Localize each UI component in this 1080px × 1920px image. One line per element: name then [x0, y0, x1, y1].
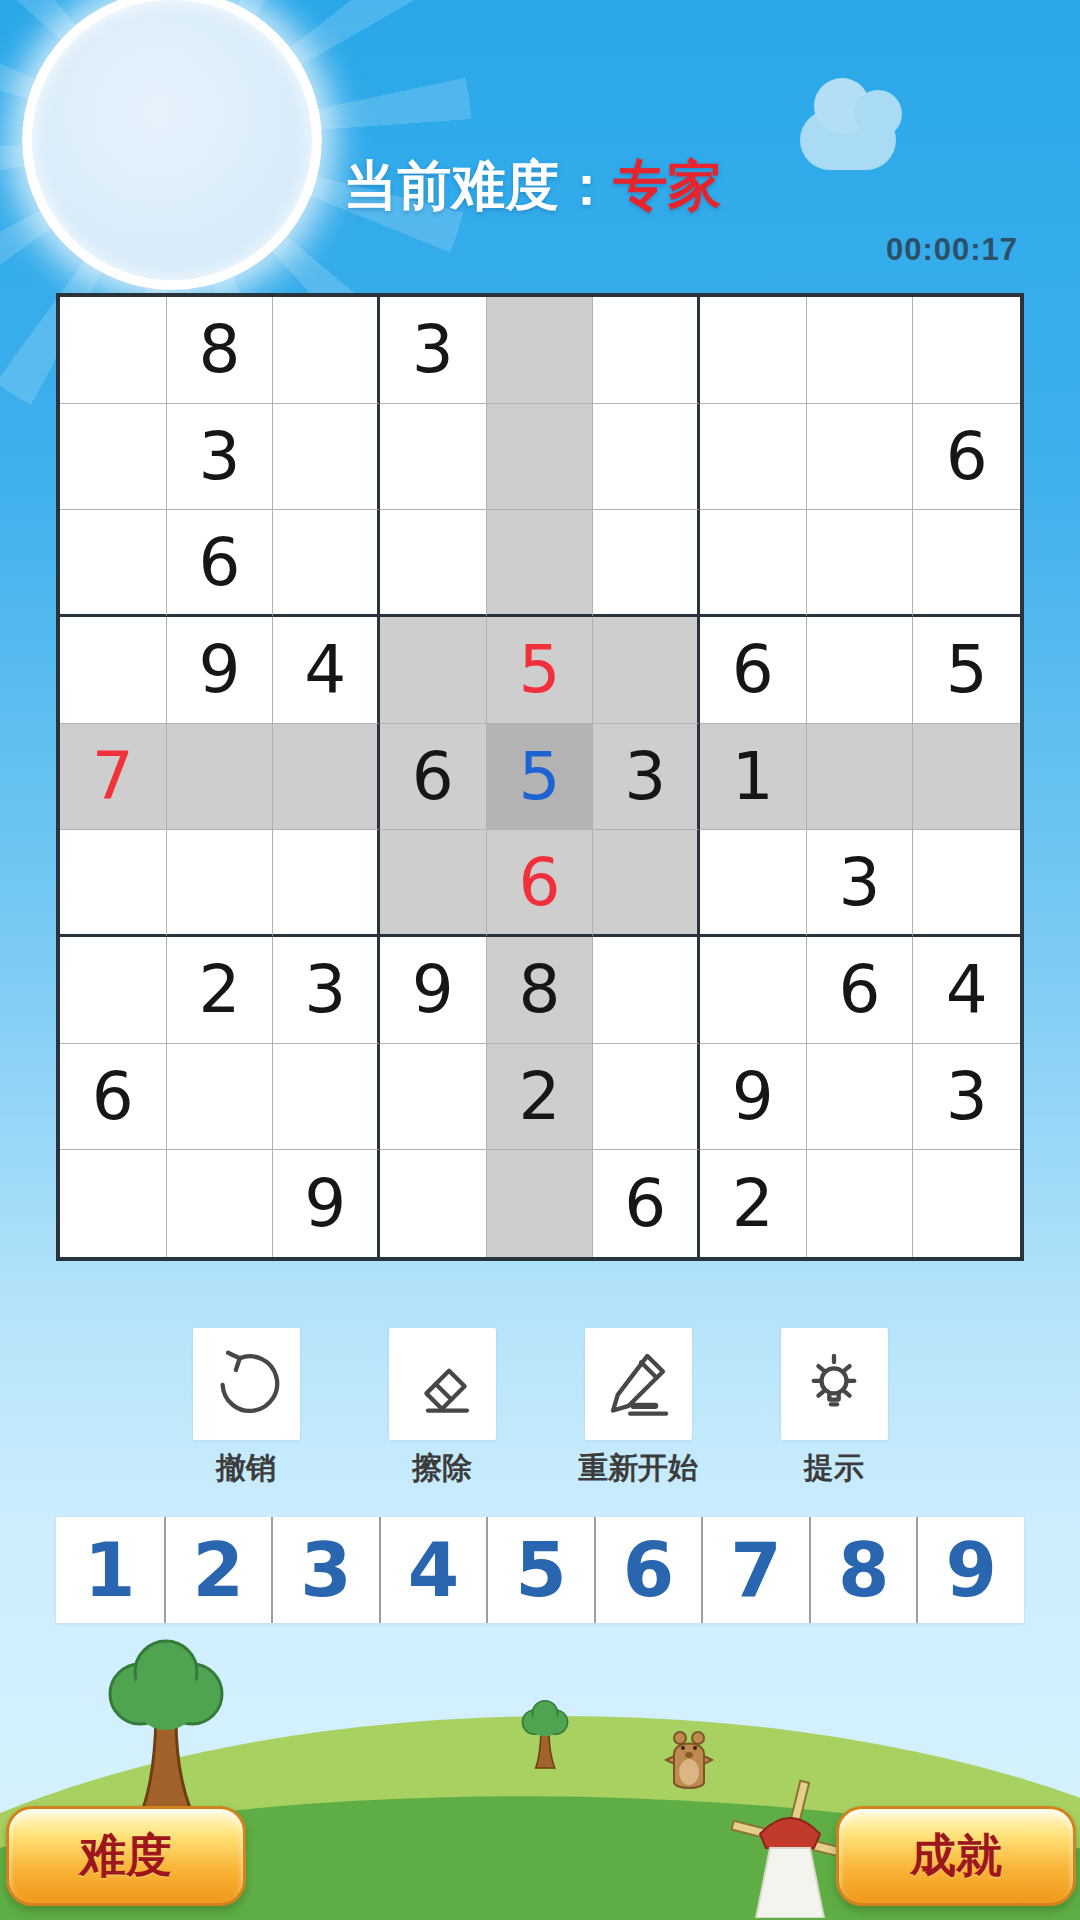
difficulty-title: 当前难度：专家: [343, 150, 721, 223]
small-tree-icon: [520, 1698, 570, 1772]
numpad-key-2[interactable]: 2: [164, 1517, 272, 1623]
sudoku-cell-r7c5[interactable]: 8: [487, 937, 594, 1044]
sudoku-cell-r7c3[interactable]: 3: [273, 937, 380, 1044]
sudoku-cell-r1c4[interactable]: 3: [380, 297, 487, 404]
sudoku-cell-r5c7[interactable]: 1: [700, 724, 807, 831]
achievements-button[interactable]: 成就: [836, 1806, 1076, 1906]
sudoku-cell-r8c5[interactable]: 2: [487, 1044, 594, 1151]
sudoku-cell-r6c1[interactable]: [60, 830, 167, 937]
sudoku-cell-r5c2[interactable]: [167, 724, 274, 831]
sudoku-cell-r4c1[interactable]: [60, 617, 167, 724]
numpad-key-9[interactable]: 9: [916, 1517, 1024, 1623]
sudoku-cell-r4c4[interactable]: [380, 617, 487, 724]
sudoku-cell-r3c4[interactable]: [380, 510, 487, 617]
hint-button[interactable]: 提示: [779, 1328, 889, 1489]
sudoku-cell-r9c3[interactable]: 9: [273, 1150, 380, 1257]
sudoku-board[interactable]: 833669456576531632398646293962: [56, 293, 1024, 1261]
sudoku-cell-r2c8[interactable]: [807, 404, 914, 511]
sun-icon: [22, 0, 322, 290]
sudoku-cell-r9c5[interactable]: [487, 1150, 594, 1257]
sudoku-cell-r8c3[interactable]: [273, 1044, 380, 1151]
numpad-key-4[interactable]: 4: [379, 1517, 487, 1623]
sudoku-cell-r8c7[interactable]: 9: [700, 1044, 807, 1151]
numpad-key-1[interactable]: 1: [56, 1517, 164, 1623]
undo-button[interactable]: 撤销: [191, 1328, 301, 1489]
sudoku-cell-r2c4[interactable]: [380, 404, 487, 511]
sudoku-cell-r4c7[interactable]: 6: [700, 617, 807, 724]
sudoku-cell-r3c7[interactable]: [700, 510, 807, 617]
sudoku-cell-r7c2[interactable]: 2: [167, 937, 274, 1044]
sudoku-cell-r1c8[interactable]: [807, 297, 914, 404]
toolbar: 撤销 擦除 重新开始 提示: [0, 1328, 1080, 1489]
sudoku-cell-r9c2[interactable]: [167, 1150, 274, 1257]
sudoku-cell-r6c6[interactable]: [593, 830, 700, 937]
undo-icon[interactable]: [193, 1328, 300, 1440]
numpad-key-3[interactable]: 3: [271, 1517, 379, 1623]
sudoku-cell-r8c2[interactable]: [167, 1044, 274, 1151]
sudoku-cell-r1c3[interactable]: [273, 297, 380, 404]
sudoku-cell-r1c5[interactable]: [487, 297, 594, 404]
sudoku-cell-r9c8[interactable]: [807, 1150, 914, 1257]
sudoku-cell-r4c2[interactable]: 9: [167, 617, 274, 724]
sudoku-cell-r2c5[interactable]: [487, 404, 594, 511]
timer: 00:00:17: [886, 232, 1018, 268]
sudoku-cell-r8c4[interactable]: [380, 1044, 487, 1151]
sudoku-cell-r3c8[interactable]: [807, 510, 914, 617]
cloud-icon: [800, 110, 896, 170]
sudoku-cell-r2c9[interactable]: 6: [913, 404, 1020, 511]
sudoku-cell-r4c8[interactable]: [807, 617, 914, 724]
sudoku-cell-r6c5[interactable]: 6: [487, 830, 594, 937]
sudoku-cell-r9c6[interactable]: 6: [593, 1150, 700, 1257]
numpad-key-6[interactable]: 6: [594, 1517, 702, 1623]
sudoku-cell-r1c7[interactable]: [700, 297, 807, 404]
sudoku-cell-r1c6[interactable]: [593, 297, 700, 404]
sudoku-cell-r8c9[interactable]: 3: [913, 1044, 1020, 1151]
sudoku-cell-r3c9[interactable]: [913, 510, 1020, 617]
hint-label: 提示: [804, 1448, 864, 1489]
numpad-key-7[interactable]: 7: [701, 1517, 809, 1623]
sudoku-cell-r5c9[interactable]: [913, 724, 1020, 831]
erase-label: 擦除: [412, 1448, 472, 1489]
sudoku-cell-r6c8[interactable]: 3: [807, 830, 914, 937]
sudoku-cell-r3c5[interactable]: [487, 510, 594, 617]
sudoku-cell-r2c6[interactable]: [593, 404, 700, 511]
sudoku-cell-r1c9[interactable]: [913, 297, 1020, 404]
sudoku-cell-r5c6[interactable]: 3: [593, 724, 700, 831]
sudoku-cell-r8c8[interactable]: [807, 1044, 914, 1151]
sudoku-cell-r5c1[interactable]: 7: [60, 724, 167, 831]
tree-icon: [104, 1638, 228, 1814]
restart-label: 重新开始: [578, 1448, 698, 1489]
gopher-icon: [664, 1730, 714, 1794]
eraser-icon[interactable]: [389, 1328, 496, 1440]
sudoku-cell-r3c3[interactable]: [273, 510, 380, 617]
sudoku-cell-r7c6[interactable]: [593, 937, 700, 1044]
sudoku-cell-r6c9[interactable]: [913, 830, 1020, 937]
sudoku-cell-r9c9[interactable]: [913, 1150, 1020, 1257]
sudoku-cell-r1c2[interactable]: 8: [167, 297, 274, 404]
sudoku-cell-r8c6[interactable]: [593, 1044, 700, 1151]
sudoku-cell-r7c7[interactable]: [700, 937, 807, 1044]
sudoku-cell-r5c3[interactable]: [273, 724, 380, 831]
sudoku-cell-r3c6[interactable]: [593, 510, 700, 617]
pencil-icon[interactable]: [585, 1328, 692, 1440]
lightbulb-icon[interactable]: [781, 1328, 888, 1440]
sudoku-cell-r6c4[interactable]: [380, 830, 487, 937]
sudoku-cell-r9c1[interactable]: [60, 1150, 167, 1257]
sudoku-cell-r7c1[interactable]: [60, 937, 167, 1044]
difficulty-title-prefix: 当前难度：: [343, 155, 613, 215]
sudoku-cell-r2c2[interactable]: 3: [167, 404, 274, 511]
sudoku-cell-r1c1[interactable]: [60, 297, 167, 404]
number-pad[interactable]: 123456789: [56, 1517, 1024, 1623]
sudoku-cell-r4c9[interactable]: 5: [913, 617, 1020, 724]
sudoku-cell-r3c2[interactable]: 6: [167, 510, 274, 617]
difficulty-value: 专家: [613, 155, 721, 215]
numpad-key-8[interactable]: 8: [809, 1517, 917, 1623]
sudoku-cell-r2c3[interactable]: [273, 404, 380, 511]
sudoku-cell-r7c9[interactable]: 4: [913, 937, 1020, 1044]
sudoku-cell-r7c4[interactable]: 9: [380, 937, 487, 1044]
sudoku-cell-r4c5[interactable]: 5: [487, 617, 594, 724]
sudoku-cell-r2c7[interactable]: [700, 404, 807, 511]
sudoku-cell-r4c3[interactable]: 4: [273, 617, 380, 724]
sudoku-cell-r8c1[interactable]: 6: [60, 1044, 167, 1151]
sudoku-cell-r5c5[interactable]: 5: [487, 724, 594, 831]
sudoku-cell-r5c8[interactable]: [807, 724, 914, 831]
difficulty-button[interactable]: 难度: [6, 1806, 246, 1906]
sudoku-cell-r9c7[interactable]: 2: [700, 1150, 807, 1257]
erase-button[interactable]: 擦除: [387, 1328, 497, 1489]
undo-label: 撤销: [216, 1448, 276, 1489]
sudoku-cell-r9c4[interactable]: [380, 1150, 487, 1257]
sudoku-cell-r2c1[interactable]: [60, 404, 167, 511]
sudoku-cell-r6c2[interactable]: [167, 830, 274, 937]
sudoku-cell-r5c4[interactable]: 6: [380, 724, 487, 831]
sudoku-cell-r3c1[interactable]: [60, 510, 167, 617]
numpad-key-5[interactable]: 5: [486, 1517, 594, 1623]
sudoku-cell-r6c7[interactable]: [700, 830, 807, 937]
sudoku-cell-r4c6[interactable]: [593, 617, 700, 724]
restart-button[interactable]: 重新开始: [583, 1328, 693, 1489]
sudoku-cell-r6c3[interactable]: [273, 830, 380, 937]
sudoku-cell-r7c8[interactable]: 6: [807, 937, 914, 1044]
